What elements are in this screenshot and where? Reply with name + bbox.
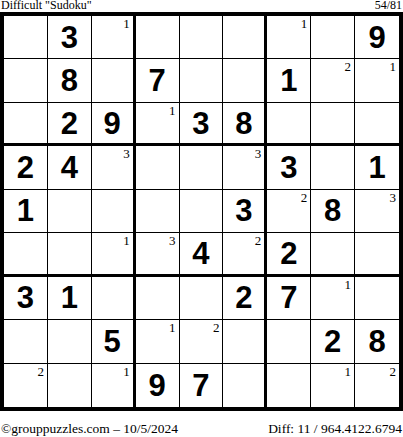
cell-r6c5[interactable]: 4 <box>180 233 224 276</box>
pencil-mark: 1 <box>301 16 308 31</box>
cell-r9c7[interactable] <box>267 364 311 407</box>
cell-r6c4[interactable]: 3 <box>136 233 180 276</box>
page-title: Difficult "Sudoku" <box>1 0 92 12</box>
cell-r3c3[interactable]: 9 <box>92 103 136 146</box>
cell-r8c6[interactable] <box>223 320 267 363</box>
cell-r3c2[interactable]: 2 <box>48 103 92 146</box>
cell-r5c2[interactable] <box>48 190 92 233</box>
given-digit: 4 <box>61 152 78 183</box>
cell-r4c4[interactable] <box>136 146 180 189</box>
cell-r2c8[interactable]: 2 <box>311 59 355 102</box>
pencil-mark: 1 <box>390 59 397 74</box>
cell-r7c3[interactable] <box>92 277 136 320</box>
cell-r8c5[interactable]: 2 <box>180 320 224 363</box>
cell-r6c9[interactable] <box>355 233 399 276</box>
pencil-mark: 2 <box>213 320 220 335</box>
given-digit: 8 <box>61 65 78 96</box>
cell-r7c1[interactable]: 3 <box>4 277 48 320</box>
given-digit: 1 <box>280 65 297 96</box>
given-digit: 9 <box>148 370 165 401</box>
given-digit: 7 <box>280 282 297 313</box>
sudoku-page: Difficult "Sudoku" 54/81 311987121291382… <box>0 0 403 437</box>
cell-r5c1[interactable]: 1 <box>4 190 48 233</box>
cell-r3c5[interactable]: 3 <box>180 103 224 146</box>
copyright-date-text: ©grouppuzzles.com – 10/5/2024 <box>1 421 178 436</box>
cell-r4c3[interactable]: 3 <box>92 146 136 189</box>
cell-r2c4[interactable]: 7 <box>136 59 180 102</box>
cell-r9c4[interactable]: 9 <box>136 364 180 407</box>
pencil-mark: 2 <box>345 59 352 74</box>
given-digit: 8 <box>235 108 252 139</box>
cell-r2c9[interactable]: 1 <box>355 59 399 102</box>
cell-r9c9[interactable]: 2 <box>355 364 399 407</box>
pencil-mark: 1 <box>169 103 176 118</box>
cell-r8c1[interactable] <box>4 320 48 363</box>
given-digit: 9 <box>104 108 121 139</box>
pencil-mark: 1 <box>345 277 352 292</box>
cell-r3c7[interactable] <box>267 103 311 146</box>
given-digit: 3 <box>235 195 252 226</box>
cell-r6c2[interactable] <box>48 233 92 276</box>
cell-r2c3[interactable] <box>92 59 136 102</box>
given-digit: 8 <box>324 195 341 226</box>
given-digit: 2 <box>17 152 34 183</box>
given-digit: 2 <box>61 108 78 139</box>
cell-r7c8[interactable]: 1 <box>311 277 355 320</box>
pencil-mark: 2 <box>37 364 44 379</box>
cell-r7c9[interactable] <box>355 277 399 320</box>
given-digit: 3 <box>280 152 297 183</box>
cell-r4c9[interactable]: 1 <box>355 146 399 189</box>
header: Difficult "Sudoku" 54/81 <box>1 0 402 12</box>
cell-r8c3[interactable]: 5 <box>92 320 136 363</box>
cell-r4c1[interactable]: 2 <box>4 146 48 189</box>
sudoku-board: 3119871212913824333113283134223127151228… <box>0 12 403 411</box>
cell-r8c2[interactable] <box>48 320 92 363</box>
pencil-mark: 3 <box>123 146 130 161</box>
empty-cells-counter: 54/81 <box>375 0 402 12</box>
given-digit: 2 <box>280 238 297 269</box>
cell-r1c1[interactable] <box>4 16 48 59</box>
given-digit: 3 <box>17 282 34 313</box>
cell-r9c8[interactable]: 1 <box>311 364 355 407</box>
pencil-mark: 1 <box>345 364 352 379</box>
cell-r7c6[interactable]: 2 <box>223 277 267 320</box>
cell-r8c4[interactable]: 1 <box>136 320 180 363</box>
cell-r3c9[interactable] <box>355 103 399 146</box>
difficulty-text: Diff: 11 / 964.4122.6794 <box>268 421 402 436</box>
given-digit: 3 <box>61 22 78 53</box>
pencil-mark: 2 <box>390 364 397 379</box>
cell-r4c2[interactable]: 4 <box>48 146 92 189</box>
given-digit: 2 <box>324 326 341 357</box>
cell-r3c4[interactable]: 1 <box>136 103 180 146</box>
pencil-mark: 1 <box>123 364 130 379</box>
given-digit: 1 <box>368 152 385 183</box>
cell-r3c6[interactable]: 8 <box>223 103 267 146</box>
cell-r1c9[interactable]: 9 <box>355 16 399 59</box>
cell-r5c9[interactable]: 3 <box>355 190 399 233</box>
cell-r4c6[interactable]: 3 <box>223 146 267 189</box>
given-digit: 1 <box>17 195 34 226</box>
pencil-mark: 2 <box>301 190 308 205</box>
cell-r7c2[interactable]: 1 <box>48 277 92 320</box>
cell-r1c7[interactable]: 1 <box>267 16 311 59</box>
cell-r9c6[interactable] <box>223 364 267 407</box>
pencil-mark: 1 <box>123 233 130 248</box>
given-digit: 2 <box>235 282 252 313</box>
cell-r9c3[interactable]: 1 <box>92 364 136 407</box>
cell-r1c8[interactable] <box>311 16 355 59</box>
cell-r3c1[interactable] <box>4 103 48 146</box>
cell-r1c2[interactable]: 3 <box>48 16 92 59</box>
pencil-mark: 3 <box>169 233 176 248</box>
cell-r6c3[interactable]: 1 <box>92 233 136 276</box>
pencil-mark: 2 <box>255 233 262 248</box>
cell-r4c7[interactable]: 3 <box>267 146 311 189</box>
cell-r2c6[interactable] <box>223 59 267 102</box>
given-digit: 4 <box>192 238 209 269</box>
cell-r1c5[interactable] <box>180 16 224 59</box>
given-digit: 3 <box>192 108 209 139</box>
cell-r5c4[interactable] <box>136 190 180 233</box>
cell-r6c6[interactable]: 2 <box>223 233 267 276</box>
cell-r9c1[interactable]: 2 <box>4 364 48 407</box>
cell-r1c4[interactable] <box>136 16 180 59</box>
cell-r1c3[interactable]: 1 <box>92 16 136 59</box>
cell-r9c5[interactable]: 7 <box>180 364 224 407</box>
cell-r6c7[interactable]: 2 <box>267 233 311 276</box>
cell-r8c9[interactable]: 8 <box>355 320 399 363</box>
cell-r8c7[interactable] <box>267 320 311 363</box>
cell-r4c5[interactable] <box>180 146 224 189</box>
pencil-mark: 1 <box>123 16 130 31</box>
cell-r2c2[interactable]: 8 <box>48 59 92 102</box>
cell-r7c7[interactable]: 7 <box>267 277 311 320</box>
cell-r7c5[interactable] <box>180 277 224 320</box>
footer: ©grouppuzzles.com – 10/5/2024 Diff: 11 /… <box>1 421 402 436</box>
cell-r7c4[interactable] <box>136 277 180 320</box>
cell-r5c8[interactable]: 8 <box>311 190 355 233</box>
given-digit: 1 <box>61 282 78 313</box>
given-digit: 7 <box>148 65 165 96</box>
given-digit: 7 <box>192 370 209 401</box>
cell-r1c6[interactable] <box>223 16 267 59</box>
pencil-mark: 1 <box>169 320 176 335</box>
cell-r5c6[interactable]: 3 <box>223 190 267 233</box>
pencil-mark: 3 <box>390 190 397 205</box>
cell-r6c8[interactable] <box>311 233 355 276</box>
cell-r9c2[interactable] <box>48 364 92 407</box>
cell-r2c7[interactable]: 1 <box>267 59 311 102</box>
cell-r5c3[interactable] <box>92 190 136 233</box>
cell-r8c8[interactable]: 2 <box>311 320 355 363</box>
cell-r5c7[interactable]: 2 <box>267 190 311 233</box>
cell-r4c8[interactable] <box>311 146 355 189</box>
cell-r3c8[interactable] <box>311 103 355 146</box>
cell-r2c5[interactable] <box>180 59 224 102</box>
cell-r6c1[interactable] <box>4 233 48 276</box>
given-digit: 5 <box>104 326 121 357</box>
given-digit: 8 <box>368 326 385 357</box>
cell-r2c1[interactable] <box>4 59 48 102</box>
pencil-mark: 3 <box>255 146 262 161</box>
cell-r5c5[interactable] <box>180 190 224 233</box>
given-digit: 9 <box>368 22 385 53</box>
